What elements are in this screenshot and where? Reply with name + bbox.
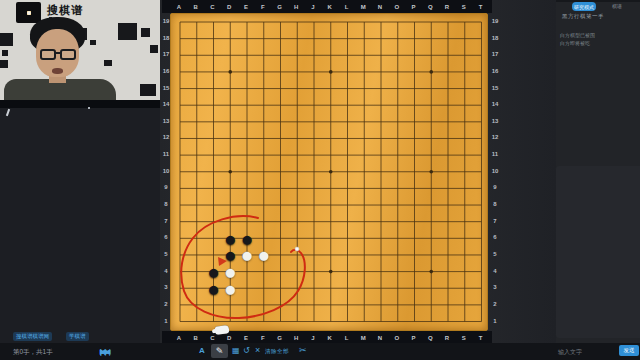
coord-label-10: 10: [163, 168, 170, 174]
sidebar: 研究模式 棋谱 黑方行棋第一手 白方棋型已被围 白方即将被吃: [556, 0, 640, 360]
webcam-video: 搜棋谱: [0, 0, 160, 100]
coord-label-S: S: [462, 4, 466, 10]
wall-pattern: [104, 60, 112, 66]
stone-white-E5: ●: [239, 246, 256, 263]
coord-label-17: 17: [163, 51, 170, 57]
sidebar-corner-label[interactable]: 棋谱: [612, 3, 622, 9]
stone-white-D3: ●: [222, 280, 239, 297]
coord-label-M: M: [361, 4, 366, 10]
coord-label-12: 12: [163, 134, 170, 140]
coord-label-5: 5: [493, 251, 496, 257]
clear-all-button[interactable]: 清除全部: [265, 348, 289, 355]
sidebar-info-line: 白方即将被吃: [560, 40, 590, 46]
coord-label-12: 12: [492, 134, 499, 140]
coord-label-16: 16: [492, 68, 499, 74]
sidebar-info-line: 白方棋型已被围: [560, 32, 595, 38]
coord-label-5: 5: [164, 251, 167, 257]
glasses-icon: [40, 49, 56, 60]
coord-label-D: D: [227, 335, 231, 341]
goban[interactable]: ●●●●●●●●●: [170, 13, 488, 331]
coord-strip-top: ABCDEFGHJKLMNOPQRST: [162, 0, 492, 13]
coord-label-1: 1: [164, 318, 167, 324]
sidebar-status-line: 黑方行棋第一手: [562, 13, 604, 20]
coord-label-6: 6: [164, 234, 167, 240]
label-tool-button[interactable]: A: [199, 346, 205, 355]
coord-label-N: N: [378, 335, 382, 341]
coord-label-T: T: [479, 335, 483, 341]
playback-controls: |◀◀◀◀|◀▶|▶▶▶▶|: [100, 345, 198, 358]
soqipu-logo: [16, 2, 41, 23]
send-button[interactable]: 发送: [619, 345, 639, 356]
coord-label-E: E: [244, 335, 248, 341]
pen-stroke-mark: [6, 109, 10, 116]
pen-icon: ✎: [216, 346, 224, 356]
coord-label-19: 19: [163, 18, 170, 24]
coord-label-Q: Q: [428, 4, 433, 10]
chat-input[interactable]: 输入文字: [558, 348, 582, 357]
move-counter: 第0手，共1手: [13, 348, 53, 357]
wall-pattern: [0, 33, 13, 46]
coord-label-3: 3: [493, 284, 496, 290]
coord-label-O: O: [394, 4, 399, 10]
undo-icon[interactable]: ↺: [243, 346, 250, 355]
coord-label-B: B: [194, 4, 198, 10]
coord-label-10: 10: [492, 168, 499, 174]
coord-label-8: 8: [164, 201, 167, 207]
coord-label-15: 15: [492, 85, 499, 91]
coord-label-F: F: [261, 335, 265, 341]
coord-label-H: H: [294, 335, 298, 341]
wall-pattern: [141, 28, 150, 37]
coord-label-8: 8: [493, 201, 496, 207]
coord-label-E: E: [244, 4, 248, 10]
coord-label-1: 1: [493, 318, 496, 324]
coord-label-18: 18: [492, 35, 499, 41]
glasses-icon: [60, 49, 76, 60]
coord-label-17: 17: [492, 51, 499, 57]
coord-label-J: J: [311, 335, 314, 341]
bottom-toolbar: 搜棋谱棋谱网 学棋谱 第0手，共1手 |◀◀◀◀|◀▶|▶▶▶▶| A ✎ ▦ …: [0, 343, 640, 360]
stone-layer: ●●●●●●●●●: [172, 14, 490, 330]
stone-white-F5: ●: [255, 246, 272, 263]
sidebar-active-tab[interactable]: 研究模式: [572, 2, 596, 11]
analysis-tool-button[interactable]: ▦: [232, 346, 240, 355]
coord-label-J: J: [311, 4, 314, 10]
coord-label-7: 7: [164, 218, 167, 224]
glasses-bridge: [55, 52, 61, 54]
coord-label-A: A: [177, 335, 181, 341]
delete-icon[interactable]: ×: [255, 345, 260, 355]
coord-label-T: T: [479, 4, 483, 10]
coord-label-3: 3: [164, 284, 167, 290]
coord-label-K: K: [328, 335, 332, 341]
stone-black-C3: ●: [205, 280, 222, 297]
coord-label-B: B: [194, 335, 198, 341]
wall-pattern: [140, 84, 156, 96]
coord-label-C: C: [210, 4, 214, 10]
coord-label-4: 4: [493, 268, 496, 274]
coord-label-G: G: [277, 4, 282, 10]
wall-pattern: [2, 50, 8, 56]
coord-label-7: 7: [493, 218, 496, 224]
coord-label-P: P: [411, 335, 415, 341]
presenter-mouth: [52, 68, 63, 74]
coord-label-A: A: [177, 4, 181, 10]
coord-label-P: P: [411, 4, 415, 10]
sidebar-lower-panel: [556, 166, 640, 338]
coord-label-F: F: [261, 4, 265, 10]
coord-label-N: N: [378, 4, 382, 10]
coord-label-11: 11: [163, 151, 169, 157]
coord-label-2: 2: [493, 301, 496, 307]
coord-label-O: O: [394, 335, 399, 341]
coord-label-18: 18: [163, 35, 170, 41]
coord-label-2: 2: [164, 301, 167, 307]
coord-label-11: 11: [492, 151, 498, 157]
wall-pattern: [150, 45, 158, 53]
coord-label-19: 19: [492, 18, 499, 24]
coord-label-S: S: [462, 335, 466, 341]
coord-label-4: 4: [164, 268, 167, 274]
last-button[interactable]: ▶▶|: [100, 348, 110, 356]
left-panel: 搜棋谱: [0, 0, 160, 360]
coord-label-16: 16: [163, 68, 170, 74]
app-window: 搜棋谱 ABCDEFGHJKLMNOPQRST ABCDEFGHJKLMNOPQ…: [0, 0, 640, 360]
watermark-chip-site: 搜棋谱棋谱网: [13, 332, 52, 341]
coord-label-R: R: [445, 335, 449, 341]
watermark-chip-learn: 学棋谱: [66, 332, 89, 341]
coord-label-9: 9: [164, 184, 167, 190]
coord-label-13: 13: [492, 118, 499, 124]
wall-pattern: [118, 23, 137, 40]
board-area: ABCDEFGHJKLMNOPQRST ABCDEFGHJKLMNOPQRST …: [160, 0, 556, 344]
coord-label-Q: Q: [428, 335, 433, 341]
pen-tool-button-active[interactable]: ✎: [211, 344, 228, 358]
sidebar-divider: [556, 0, 640, 2]
coord-label-D: D: [227, 4, 231, 10]
coord-label-H: H: [294, 4, 298, 10]
coord-label-K: K: [328, 4, 332, 10]
coord-label-G: G: [277, 335, 282, 341]
brand-title: 搜棋谱: [47, 3, 83, 18]
clip-icon[interactable]: ✂: [299, 345, 307, 355]
dot-mark: [88, 107, 90, 109]
coord-label-L: L: [345, 335, 349, 341]
coord-label-13: 13: [163, 118, 170, 124]
coord-label-14: 14: [163, 101, 170, 107]
coord-label-15: 15: [163, 85, 170, 91]
coord-label-9: 9: [493, 184, 496, 190]
coord-label-R: R: [445, 4, 449, 10]
coord-label-C: C: [210, 335, 214, 341]
coord-label-L: L: [345, 4, 349, 10]
coord-label-14: 14: [492, 101, 499, 107]
coord-label-6: 6: [493, 234, 496, 240]
webcam-divider: [0, 100, 160, 108]
wall-pattern: [0, 60, 8, 68]
wall-pattern: [90, 40, 96, 45]
coord-label-M: M: [361, 335, 366, 341]
